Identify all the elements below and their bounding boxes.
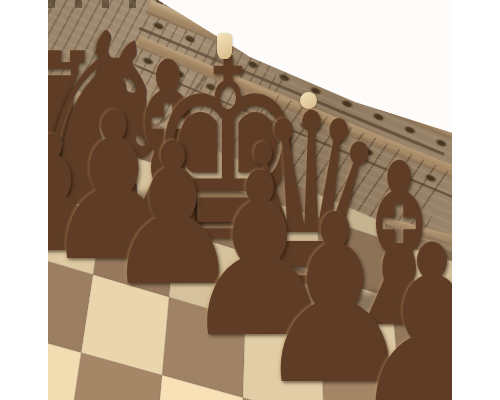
black-pawn-6-piece: ♟ bbox=[347, 241, 452, 400]
chess-set-photo: ♜♞♝♚♟♟♛♟♝♟♟♟ bbox=[48, 0, 452, 400]
queen-finial bbox=[300, 92, 317, 109]
king-finial bbox=[217, 33, 232, 59]
product-photo-page: ♜♞♝♚♟♟♛♟♝♟♟♟ bbox=[0, 0, 500, 400]
